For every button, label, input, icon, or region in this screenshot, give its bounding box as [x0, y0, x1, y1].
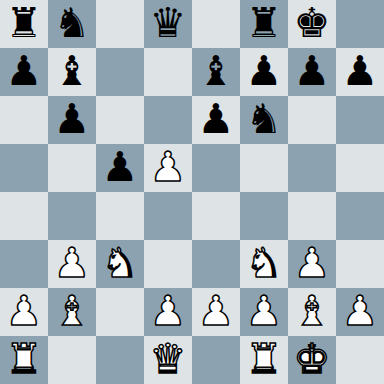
piece-white-pawn[interactable]: ♟ — [342, 291, 379, 332]
piece-white-knight[interactable]: ♞ — [102, 243, 139, 284]
square-c1[interactable] — [96, 336, 144, 384]
square-g3[interactable]: ♟ — [288, 240, 336, 288]
square-f7[interactable]: ♟ — [240, 48, 288, 96]
square-h4[interactable] — [336, 192, 384, 240]
square-h8[interactable] — [336, 0, 384, 48]
square-a3[interactable] — [0, 240, 48, 288]
square-b3[interactable]: ♟ — [48, 240, 96, 288]
square-d4[interactable] — [144, 192, 192, 240]
square-f1[interactable]: ♜ — [240, 336, 288, 384]
piece-white-queen[interactable]: ♛ — [150, 339, 187, 380]
piece-black-pawn[interactable]: ♟ — [246, 51, 283, 92]
square-d7[interactable] — [144, 48, 192, 96]
piece-white-king[interactable]: ♚ — [294, 339, 331, 380]
square-f2[interactable]: ♟ — [240, 288, 288, 336]
square-a1[interactable]: ♜ — [0, 336, 48, 384]
square-h6[interactable] — [336, 96, 384, 144]
square-b6[interactable]: ♟ — [48, 96, 96, 144]
square-f5[interactable] — [240, 144, 288, 192]
square-d3[interactable] — [144, 240, 192, 288]
square-c2[interactable] — [96, 288, 144, 336]
square-f8[interactable]: ♜ — [240, 0, 288, 48]
square-d5[interactable]: ♟ — [144, 144, 192, 192]
piece-black-pawn[interactable]: ♟ — [342, 51, 379, 92]
square-g4[interactable] — [288, 192, 336, 240]
square-a6[interactable] — [0, 96, 48, 144]
piece-white-pawn[interactable]: ♟ — [6, 291, 43, 332]
square-e3[interactable] — [192, 240, 240, 288]
square-d6[interactable] — [144, 96, 192, 144]
square-c4[interactable] — [96, 192, 144, 240]
square-c5[interactable]: ♟ — [96, 144, 144, 192]
square-f3[interactable]: ♞ — [240, 240, 288, 288]
square-h2[interactable]: ♟ — [336, 288, 384, 336]
piece-black-bishop[interactable]: ♝ — [198, 51, 235, 92]
piece-black-rook[interactable]: ♜ — [246, 3, 283, 44]
square-b2[interactable]: ♝ — [48, 288, 96, 336]
square-f4[interactable] — [240, 192, 288, 240]
piece-white-pawn[interactable]: ♟ — [246, 291, 283, 332]
piece-black-pawn[interactable]: ♟ — [6, 51, 43, 92]
square-f6[interactable]: ♞ — [240, 96, 288, 144]
piece-white-pawn[interactable]: ♟ — [294, 243, 331, 284]
square-c6[interactable] — [96, 96, 144, 144]
square-e8[interactable] — [192, 0, 240, 48]
piece-black-king[interactable]: ♚ — [294, 3, 331, 44]
square-e1[interactable] — [192, 336, 240, 384]
piece-white-bishop[interactable]: ♝ — [294, 291, 331, 332]
square-c3[interactable]: ♞ — [96, 240, 144, 288]
piece-black-knight[interactable]: ♞ — [246, 99, 283, 140]
square-a2[interactable]: ♟ — [0, 288, 48, 336]
piece-white-pawn[interactable]: ♟ — [150, 291, 187, 332]
square-g2[interactable]: ♝ — [288, 288, 336, 336]
square-b7[interactable]: ♝ — [48, 48, 96, 96]
piece-white-pawn[interactable]: ♟ — [150, 147, 187, 188]
square-h3[interactable] — [336, 240, 384, 288]
chess-board: ♜♞♛♜♚♟♝♝♟♟♟♟♟♞♟♟♟♞♞♟♟♝♟♟♟♝♟♜♛♜♚ — [0, 0, 384, 384]
square-h7[interactable]: ♟ — [336, 48, 384, 96]
piece-white-pawn[interactable]: ♟ — [198, 291, 235, 332]
square-g5[interactable] — [288, 144, 336, 192]
square-d2[interactable]: ♟ — [144, 288, 192, 336]
square-d1[interactable]: ♛ — [144, 336, 192, 384]
square-c7[interactable] — [96, 48, 144, 96]
square-d8[interactable]: ♛ — [144, 0, 192, 48]
square-e4[interactable] — [192, 192, 240, 240]
square-b5[interactable] — [48, 144, 96, 192]
square-e6[interactable]: ♟ — [192, 96, 240, 144]
square-c8[interactable] — [96, 0, 144, 48]
piece-black-pawn[interactable]: ♟ — [102, 147, 139, 188]
square-a8[interactable]: ♜ — [0, 0, 48, 48]
square-e7[interactable]: ♝ — [192, 48, 240, 96]
piece-black-knight[interactable]: ♞ — [54, 3, 91, 44]
piece-white-pawn[interactable]: ♟ — [54, 243, 91, 284]
piece-black-queen[interactable]: ♛ — [150, 3, 187, 44]
square-a7[interactable]: ♟ — [0, 48, 48, 96]
square-g7[interactable]: ♟ — [288, 48, 336, 96]
square-e2[interactable]: ♟ — [192, 288, 240, 336]
square-b8[interactable]: ♞ — [48, 0, 96, 48]
piece-white-knight[interactable]: ♞ — [246, 243, 283, 284]
square-a5[interactable] — [0, 144, 48, 192]
square-g6[interactable] — [288, 96, 336, 144]
square-h1[interactable] — [336, 336, 384, 384]
square-b1[interactable] — [48, 336, 96, 384]
piece-white-rook[interactable]: ♜ — [246, 339, 283, 380]
square-g8[interactable]: ♚ — [288, 0, 336, 48]
square-a4[interactable] — [0, 192, 48, 240]
piece-black-pawn[interactable]: ♟ — [54, 99, 91, 140]
piece-black-pawn[interactable]: ♟ — [294, 51, 331, 92]
piece-black-pawn[interactable]: ♟ — [198, 99, 235, 140]
piece-white-rook[interactable]: ♜ — [6, 339, 43, 380]
piece-black-bishop[interactable]: ♝ — [54, 51, 91, 92]
piece-white-bishop[interactable]: ♝ — [54, 291, 91, 332]
square-g1[interactable]: ♚ — [288, 336, 336, 384]
square-h5[interactable] — [336, 144, 384, 192]
square-b4[interactable] — [48, 192, 96, 240]
square-e5[interactable] — [192, 144, 240, 192]
piece-black-rook[interactable]: ♜ — [6, 3, 43, 44]
